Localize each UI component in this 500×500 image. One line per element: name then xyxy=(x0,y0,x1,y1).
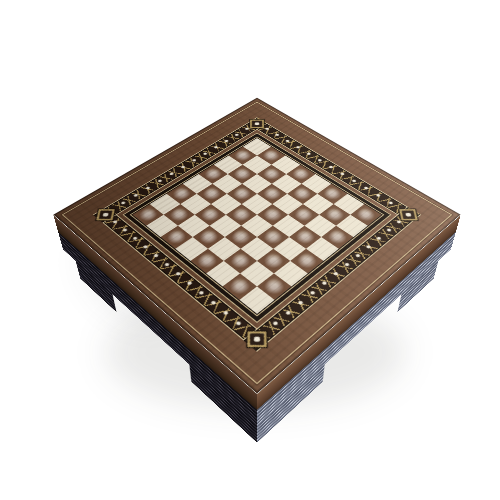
product-photo-backdrop xyxy=(0,0,500,500)
mosaic-corner-diamond xyxy=(96,209,114,220)
board-surface xyxy=(53,98,460,394)
mosaic-corner-diamond xyxy=(247,331,266,347)
mosaic-corner-diamond xyxy=(250,120,264,128)
scene xyxy=(0,0,500,500)
chess-board xyxy=(53,98,460,394)
mosaic-corner-diamond xyxy=(399,209,417,220)
